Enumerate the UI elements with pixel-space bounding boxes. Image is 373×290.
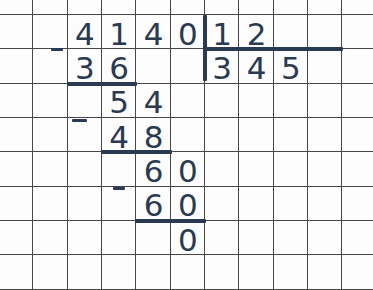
paper-cell [205,221,239,255]
paper-cell [68,221,102,255]
paper-cell [274,118,308,152]
paper-cell [308,221,342,255]
paper-cell [136,152,170,186]
paper-cell [205,152,239,186]
paper-cell [136,221,170,255]
paper-cell [274,84,308,118]
paper-cell [171,187,205,221]
paper-cell [136,0,170,15]
paper-cell [342,118,373,152]
paper-cell [102,0,136,15]
paper-cell [136,187,170,221]
paper-cell [136,255,170,289]
paper-cell [102,221,136,255]
paper-cell [239,152,273,186]
paper-cell [33,255,67,289]
paper-cell [239,84,273,118]
paper-cell [239,49,273,83]
paper-cell [205,255,239,289]
paper-cell [274,152,308,186]
paper-cell [0,0,33,15]
paper-cell [33,221,67,255]
paper-cell [33,15,67,49]
paper-cell [239,0,273,15]
paper-cell [342,0,373,15]
paper-cell [171,15,205,49]
paper-cell [0,152,33,186]
paper-cell [239,15,273,49]
paper-cell [239,118,273,152]
squared-paper-worksheet: 41401236345544860600 [0,0,373,290]
paper-cell [68,152,102,186]
paper-cell [308,0,342,15]
paper-cell [205,15,239,49]
paper-cell [308,84,342,118]
paper-cell [0,255,33,289]
paper-cell [0,187,33,221]
paper-cell [33,152,67,186]
paper-cell [308,15,342,49]
paper-cell [102,49,136,83]
paper-cell [239,255,273,289]
paper-cell [171,221,205,255]
paper-cell [68,49,102,83]
paper-cell [102,152,136,186]
paper-cell [274,49,308,83]
paper-cell [308,152,342,186]
paper-cell [205,49,239,83]
paper-cell [274,255,308,289]
paper-cell [33,84,67,118]
paper-cell [0,15,33,49]
paper-cell [171,49,205,83]
paper-cell [308,118,342,152]
paper-cell [33,187,67,221]
paper-cell [205,84,239,118]
paper-cell [68,0,102,15]
paper-cell [342,152,373,186]
paper-cell [33,0,67,15]
paper-cell [274,221,308,255]
paper-cell [171,84,205,118]
paper-cell [0,118,33,152]
paper-cell [171,255,205,289]
paper-cell [342,187,373,221]
paper-cell [0,221,33,255]
paper-cell [136,49,170,83]
paper-cell [342,49,373,83]
paper-cell [239,187,273,221]
paper-cell [239,221,273,255]
paper-cell [33,118,67,152]
paper-cell [171,152,205,186]
squared-paper-grid: 41401236345544860600 [0,0,373,290]
paper-cell [68,118,102,152]
paper-cell [136,118,170,152]
paper-cell [274,187,308,221]
paper-cell [68,84,102,118]
paper-cell [68,15,102,49]
paper-cell [274,15,308,49]
paper-cell [136,15,170,49]
paper-cell [136,84,170,118]
paper-cell [205,118,239,152]
paper-cell [308,255,342,289]
paper-cell [308,187,342,221]
paper-cell [102,84,136,118]
paper-cell [33,49,67,83]
paper-cell [102,118,136,152]
paper-cell [68,187,102,221]
paper-cell [342,255,373,289]
paper-cell [68,255,102,289]
paper-cell [342,221,373,255]
paper-cell [102,255,136,289]
paper-cell [102,187,136,221]
paper-cell [171,118,205,152]
paper-cell [171,0,205,15]
paper-cell [342,15,373,49]
paper-cell [102,15,136,49]
paper-cell [274,0,308,15]
paper-cell [205,0,239,15]
paper-cell [205,187,239,221]
paper-cell [308,49,342,83]
paper-cell [0,84,33,118]
paper-cell [0,49,33,83]
paper-cell [342,84,373,118]
